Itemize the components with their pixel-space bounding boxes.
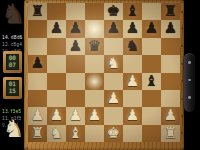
file-labels-bottom: ABCDEFGH	[28, 142, 180, 150]
coordinate-label: 4	[181, 80, 183, 82]
file-label-e: E	[104, 142, 123, 150]
rank-label-6: 6	[180, 38, 184, 55]
square-e6[interactable]	[104, 38, 123, 55]
square-h4[interactable]	[161, 73, 180, 90]
frame-screw-icon	[181, 147, 183, 149]
square-f6[interactable]: ♞	[123, 38, 142, 55]
white-pawn-f4[interactable]: ♟	[123, 73, 142, 90]
square-h1[interactable]: ♜	[161, 125, 180, 142]
black-pawn-h7[interactable]: ♟	[161, 20, 180, 37]
file-label-b: B	[47, 142, 66, 150]
square-c6[interactable]: ♟	[66, 38, 85, 55]
side-slider[interactable]	[184, 53, 195, 112]
white-clock-seconds: 15	[9, 89, 16, 95]
black-clock: 00 07	[3, 51, 22, 73]
square-g8[interactable]	[142, 3, 161, 20]
file-label-f: F	[123, 142, 142, 150]
white-pawn-e3[interactable]: ♟	[104, 90, 123, 107]
square-b7[interactable]: ♟	[47, 20, 66, 37]
square-b4[interactable]	[47, 73, 66, 90]
black-bishop-g4[interactable]: ♝	[142, 73, 161, 90]
square-g1[interactable]	[142, 125, 161, 142]
frame-screw-icon	[26, 147, 28, 149]
square-g3[interactable]	[142, 90, 161, 107]
move-text: 12. c8g4	[2, 42, 22, 47]
black-rook-a8[interactable]: ♜	[28, 3, 47, 20]
coordinate-label: 1	[181, 132, 183, 134]
white-knight-b1[interactable]: ♞	[47, 125, 66, 142]
white-pawn-b2[interactable]: ♟	[47, 107, 66, 124]
file-label-h: H	[161, 142, 180, 150]
square-e5[interactable]: ♞	[104, 55, 123, 72]
square-f2[interactable]: ♟	[123, 107, 142, 124]
move-text: 13. f3e5	[2, 109, 21, 114]
square-g6[interactable]	[142, 38, 161, 55]
chess-app-window: ♞ 14. d8d6 12. c8g4 10. g8f6 00 07 01 15…	[0, 0, 200, 150]
white-clock-minutes: 01	[9, 82, 16, 88]
white-knight-e5[interactable]: ♞	[104, 55, 123, 72]
frame-screw-icon	[181, 1, 183, 3]
black-clock-display: 00 07	[6, 54, 19, 70]
black-clock-seconds: 07	[9, 63, 16, 69]
square-h8[interactable]: ♜	[161, 3, 180, 20]
white-king-e1[interactable]: ♚	[104, 125, 123, 142]
square-d2[interactable]: ♟	[85, 107, 104, 124]
square-e4[interactable]	[104, 73, 123, 90]
square-c4[interactable]	[66, 73, 85, 90]
white-knight-avatar: ♞	[3, 117, 25, 141]
square-f4[interactable]: ♟	[123, 73, 142, 90]
black-pawn-g7[interactable]: ♟	[142, 20, 161, 37]
square-c8[interactable]	[66, 3, 85, 20]
square-e8[interactable]: ♚	[104, 3, 123, 20]
square-a6[interactable]	[28, 38, 47, 55]
square-b2[interactable]: ♟	[47, 107, 66, 124]
file-label-d: D	[85, 142, 104, 150]
square-e7[interactable]: ♟	[104, 20, 123, 37]
white-pawn-h2[interactable]: ♟	[161, 107, 180, 124]
square-b8[interactable]	[47, 3, 66, 20]
file-label-c: C	[66, 142, 85, 150]
black-pawn-c7[interactable]: ♟	[66, 20, 85, 37]
move-text: 14. d8d6	[2, 35, 22, 40]
white-rook-a1[interactable]: ♜	[28, 125, 47, 142]
square-g5[interactable]	[142, 55, 161, 72]
chess-board-frame: ABCDEFGH ♜♚♝♜♟♟♟♟♟♟♟♛♞♟♞♟♝♟♟♟♟♟♟♟♜♞♝♚♜ A…	[24, 0, 184, 150]
black-knight-f6[interactable]: ♞	[123, 38, 142, 55]
rank-label-7: 7	[180, 20, 184, 37]
square-f5[interactable]	[123, 55, 142, 72]
square-b3[interactable]	[47, 90, 66, 107]
slider-dot-icon[interactable]	[188, 96, 191, 99]
frame-screw-icon	[26, 1, 28, 3]
chess-board[interactable]: ♜♚♝♜♟♟♟♟♟♟♟♛♞♟♞♟♝♟♟♟♟♟♟♟♜♞♝♚♜	[28, 3, 180, 142]
square-a5[interactable]: ♟	[28, 55, 47, 72]
coordinate-label: 6	[181, 45, 183, 47]
black-pawn-e7[interactable]: ♟	[104, 20, 123, 37]
square-b6[interactable]	[47, 38, 66, 55]
square-a2[interactable]: ♟	[28, 107, 47, 124]
square-c5[interactable]	[66, 55, 85, 72]
square-c1[interactable]: ♝	[66, 125, 85, 142]
square-d1[interactable]	[85, 125, 104, 142]
coordinate-label: 7	[181, 28, 183, 30]
square-e2[interactable]	[104, 107, 123, 124]
square-h7[interactable]: ♟	[161, 20, 180, 37]
white-pawn-a2[interactable]: ♟	[28, 107, 47, 124]
square-d5[interactable]	[85, 55, 104, 72]
square-h5[interactable]	[161, 55, 180, 72]
black-king-e8[interactable]: ♚	[104, 3, 123, 20]
white-clock: 01 15	[3, 77, 22, 99]
square-g7[interactable]: ♟	[142, 20, 161, 37]
white-pawn-c2[interactable]: ♟	[66, 107, 85, 124]
white-rook-h1[interactable]: ♜	[161, 125, 180, 142]
square-a7[interactable]	[28, 20, 47, 37]
square-b5[interactable]	[47, 55, 66, 72]
square-d6[interactable]: ♛	[85, 38, 104, 55]
square-a3[interactable]	[28, 90, 47, 107]
white-pawn-d2[interactable]: ♟	[85, 107, 104, 124]
coordinate-label: 3	[181, 98, 183, 100]
square-e3[interactable]: ♟	[104, 90, 123, 107]
white-bishop-c1[interactable]: ♝	[66, 125, 85, 142]
rank-label-8: 8	[180, 3, 184, 20]
square-b1[interactable]: ♞	[47, 125, 66, 142]
black-pawn-f7[interactable]: ♟	[123, 20, 142, 37]
white-pawn-f2[interactable]: ♟	[123, 107, 142, 124]
square-d8[interactable]	[85, 3, 104, 20]
square-d3[interactable]	[85, 90, 104, 107]
coordinate-label: 5	[181, 63, 183, 65]
black-rook-h8[interactable]: ♜	[161, 3, 180, 20]
square-a4[interactable]	[28, 73, 47, 90]
square-e1[interactable]: ♚	[104, 125, 123, 142]
file-label-g: G	[142, 142, 161, 150]
coordinate-label: 8	[181, 11, 183, 13]
square-a8[interactable]: ♜	[28, 3, 47, 20]
square-g2[interactable]	[142, 107, 161, 124]
black-pawn-c6[interactable]: ♟	[66, 38, 85, 55]
black-queen-d6[interactable]: ♛	[85, 38, 104, 55]
square-f1[interactable]	[123, 125, 142, 142]
file-label-a: A	[28, 142, 47, 150]
black-pawn-b7[interactable]: ♟	[47, 20, 66, 37]
rank-label-2: 2	[180, 107, 184, 124]
square-c2[interactable]: ♟	[66, 107, 85, 124]
rank-label-1: 1	[180, 125, 184, 142]
square-d7[interactable]	[85, 20, 104, 37]
slider-dot-icon[interactable]	[188, 61, 191, 64]
square-h6[interactable]	[161, 38, 180, 55]
square-d4[interactable]	[85, 73, 104, 90]
black-knight-avatar: ♞	[1, 0, 25, 27]
square-g4[interactable]: ♝	[142, 73, 161, 90]
black-pawn-a5[interactable]: ♟	[28, 55, 47, 72]
square-f8[interactable]: ♝	[123, 3, 142, 20]
square-a1[interactable]: ♜	[28, 125, 47, 142]
coordinate-label: 2	[181, 115, 183, 117]
square-f7[interactable]: ♟	[123, 20, 142, 37]
square-h3[interactable]	[161, 90, 180, 107]
square-c3[interactable]	[66, 90, 85, 107]
square-c7[interactable]: ♟	[66, 20, 85, 37]
black-bishop-f8[interactable]: ♝	[123, 3, 142, 20]
square-h2[interactable]: ♟	[161, 107, 180, 124]
slider-dot-icon[interactable]	[188, 79, 191, 82]
square-f3[interactable]	[123, 90, 142, 107]
black-clock-minutes: 00	[9, 56, 16, 62]
white-clock-display: 01 15	[6, 80, 19, 96]
